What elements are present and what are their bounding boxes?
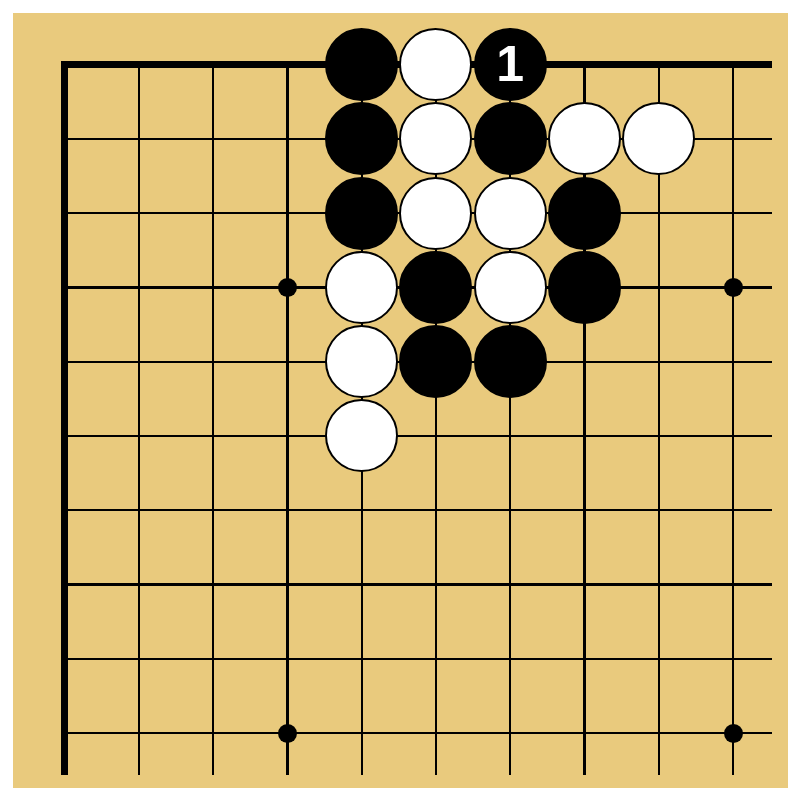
go-board[interactable]: 1 (13, 13, 788, 788)
white-stone-e15[interactable] (325, 325, 398, 398)
white-stone-g16[interactable] (474, 251, 547, 324)
white-stone-f17[interactable] (399, 177, 472, 250)
move-number-label: 1 (496, 39, 524, 89)
star-point-k10 (724, 724, 743, 743)
black-stone-f15[interactable] (399, 325, 472, 398)
black-stone-e17[interactable] (325, 177, 398, 250)
black-stone-e18[interactable] (325, 102, 398, 175)
white-stone-e16[interactable] (325, 251, 398, 324)
white-stone-e14[interactable] (325, 399, 398, 472)
white-stone-f18[interactable] (399, 102, 472, 175)
black-stone-g15[interactable] (474, 325, 547, 398)
black-stone-f16[interactable] (399, 251, 472, 324)
star-point-d10 (278, 724, 297, 743)
black-stone-g19[interactable]: 1 (474, 28, 547, 101)
white-stone-f19[interactable] (399, 28, 472, 101)
star-point-d16 (278, 278, 297, 297)
star-point-k16 (724, 278, 743, 297)
white-stone-j18[interactable] (622, 102, 695, 175)
black-stone-h17[interactable] (548, 177, 621, 250)
black-stone-g18[interactable] (474, 102, 547, 175)
black-stone-e19[interactable] (325, 28, 398, 101)
white-stone-g17[interactable] (474, 177, 547, 250)
diagram-frame: 1 (0, 0, 800, 800)
board-grid: 1 (27, 27, 770, 770)
black-stone-h16[interactable] (548, 251, 621, 324)
white-stone-h18[interactable] (548, 102, 621, 175)
